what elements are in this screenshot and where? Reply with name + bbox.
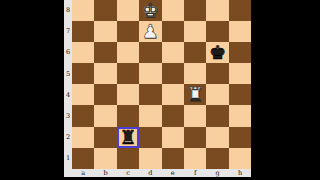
- file-label-c: c: [117, 169, 139, 177]
- square-a5[interactable]: [72, 63, 94, 84]
- square-h2[interactable]: [229, 127, 251, 148]
- rank-label-8: 8: [64, 0, 72, 21]
- square-e8[interactable]: [162, 0, 184, 21]
- square-e1[interactable]: [162, 148, 184, 169]
- square-g7[interactable]: [206, 21, 228, 42]
- square-a6[interactable]: [72, 42, 94, 63]
- screenshot-background: 87654321 ♚♟♚♜♜ abcdefgh: [0, 0, 320, 180]
- square-e7[interactable]: [162, 21, 184, 42]
- square-c4[interactable]: [117, 84, 139, 105]
- square-c3[interactable]: [117, 105, 139, 126]
- rank-label-3: 3: [64, 105, 72, 126]
- square-f4[interactable]: ♜: [184, 84, 206, 105]
- file-label-f: f: [184, 169, 206, 177]
- square-g2[interactable]: [206, 127, 228, 148]
- square-e4[interactable]: [162, 84, 184, 105]
- rank-labels: 87654321: [64, 0, 72, 169]
- square-g1[interactable]: [206, 148, 228, 169]
- square-a1[interactable]: [72, 148, 94, 169]
- square-a4[interactable]: [72, 84, 94, 105]
- square-h8[interactable]: [229, 0, 251, 21]
- square-d3[interactable]: [139, 105, 161, 126]
- square-a3[interactable]: [72, 105, 94, 126]
- rank-label-2: 2: [64, 127, 72, 148]
- square-h6[interactable]: [229, 42, 251, 63]
- square-b7[interactable]: [94, 21, 116, 42]
- piece-black-rook[interactable]: ♜: [117, 127, 139, 148]
- square-b4[interactable]: [94, 84, 116, 105]
- square-e2[interactable]: [162, 127, 184, 148]
- square-d8[interactable]: ♚: [139, 0, 161, 21]
- board-grid: ♚♟♚♜♜: [72, 0, 251, 169]
- square-a8[interactable]: [72, 0, 94, 21]
- square-g8[interactable]: [206, 0, 228, 21]
- square-g6[interactable]: ♚: [206, 42, 228, 63]
- square-h3[interactable]: [229, 105, 251, 126]
- chess-board: 87654321 ♚♟♚♜♜ abcdefgh: [64, 0, 251, 177]
- square-f2[interactable]: [184, 127, 206, 148]
- piece-white-pawn[interactable]: ♟: [139, 21, 161, 42]
- square-e3[interactable]: [162, 105, 184, 126]
- square-d5[interactable]: [139, 63, 161, 84]
- square-d4[interactable]: [139, 84, 161, 105]
- square-a7[interactable]: [72, 21, 94, 42]
- square-d7[interactable]: ♟: [139, 21, 161, 42]
- square-e5[interactable]: [162, 63, 184, 84]
- square-b3[interactable]: [94, 105, 116, 126]
- piece-white-rook[interactable]: ♜: [184, 84, 206, 105]
- square-b6[interactable]: [94, 42, 116, 63]
- square-d1[interactable]: [139, 148, 161, 169]
- square-g3[interactable]: [206, 105, 228, 126]
- square-f1[interactable]: [184, 148, 206, 169]
- square-h1[interactable]: [229, 148, 251, 169]
- square-b5[interactable]: [94, 63, 116, 84]
- file-label-h: h: [229, 169, 251, 177]
- square-c5[interactable]: [117, 63, 139, 84]
- rank-label-4: 4: [64, 84, 72, 105]
- piece-black-king[interactable]: ♚: [206, 42, 228, 63]
- rank-label-6: 6: [64, 42, 72, 63]
- square-c2[interactable]: ♜: [117, 127, 139, 148]
- square-f6[interactable]: [184, 42, 206, 63]
- square-h5[interactable]: [229, 63, 251, 84]
- file-labels: abcdefgh: [64, 169, 251, 177]
- square-e6[interactable]: [162, 42, 184, 63]
- file-label-d: d: [139, 169, 161, 177]
- square-f5[interactable]: [184, 63, 206, 84]
- rank-label-5: 5: [64, 63, 72, 84]
- file-label-e: e: [162, 169, 184, 177]
- square-c1[interactable]: [117, 148, 139, 169]
- square-f8[interactable]: [184, 0, 206, 21]
- square-b2[interactable]: [94, 127, 116, 148]
- square-h7[interactable]: [229, 21, 251, 42]
- square-c6[interactable]: [117, 42, 139, 63]
- square-b8[interactable]: [94, 0, 116, 21]
- file-label-b: b: [94, 169, 116, 177]
- file-label-a: a: [72, 169, 94, 177]
- square-a2[interactable]: [72, 127, 94, 148]
- rank-label-1: 1: [64, 148, 72, 169]
- rank-label-7: 7: [64, 21, 72, 42]
- square-c7[interactable]: [117, 21, 139, 42]
- square-d6[interactable]: [139, 42, 161, 63]
- file-label-g: g: [206, 169, 228, 177]
- square-h4[interactable]: [229, 84, 251, 105]
- square-d2[interactable]: [139, 127, 161, 148]
- square-f7[interactable]: [184, 21, 206, 42]
- square-g4[interactable]: [206, 84, 228, 105]
- square-g5[interactable]: [206, 63, 228, 84]
- square-f3[interactable]: [184, 105, 206, 126]
- piece-white-king[interactable]: ♚: [139, 0, 161, 21]
- square-b1[interactable]: [94, 148, 116, 169]
- square-c8[interactable]: [117, 0, 139, 21]
- corner-spacer: [64, 169, 72, 177]
